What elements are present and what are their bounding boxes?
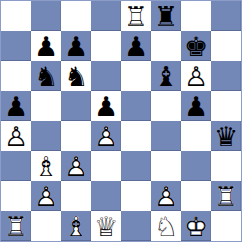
square-b2[interactable]: ♟♙ [31, 181, 61, 211]
black-knight[interactable]: ♞ [61, 61, 91, 91]
square-a7[interactable] [1, 31, 31, 61]
white-queen[interactable]: ♛♕ [91, 211, 121, 241]
white-rook[interactable]: ♜♖ [1, 211, 31, 241]
square-g8[interactable] [181, 1, 211, 31]
square-c3[interactable]: ♟♙ [61, 151, 91, 181]
square-a1[interactable]: ♜♖ [1, 211, 31, 241]
white-pawn[interactable]: ♟♙ [151, 181, 181, 211]
white-bishop[interactable]: ♝♗ [61, 211, 91, 241]
piece-outline: ♗ [31, 151, 61, 181]
square-a2[interactable] [1, 181, 31, 211]
square-c6[interactable]: ♞ [61, 61, 91, 91]
piece-outline: ♙ [91, 121, 121, 151]
square-h5[interactable] [211, 91, 241, 121]
square-c7[interactable]: ♟ [61, 31, 91, 61]
white-bishop[interactable]: ♝♗ [31, 151, 61, 181]
black-knight[interactable]: ♞ [31, 61, 61, 91]
square-f3[interactable] [151, 151, 181, 181]
square-d5[interactable]: ♟ [91, 91, 121, 121]
piece-outline: ♙ [181, 61, 211, 91]
square-g5[interactable]: ♟ [181, 91, 211, 121]
piece-outline: ♖ [211, 181, 241, 211]
piece-outline: ♖ [121, 1, 151, 31]
square-e3[interactable] [121, 151, 151, 181]
square-f4[interactable] [151, 121, 181, 151]
piece-outline: ♔ [181, 211, 211, 241]
square-b4[interactable] [31, 121, 61, 151]
black-pawn[interactable]: ♟ [121, 31, 151, 61]
square-d8[interactable] [91, 1, 121, 31]
white-rook[interactable]: ♜♖ [211, 181, 241, 211]
chess-board: ♜♖♜♟♟♟♚♞♞♝♟♙♟♟♟♟♙♟♙♛♝♗♟♙♟♙♟♙♜♖♜♖♝♗♛♕♞♘♚♔ [0, 0, 242, 242]
square-f1[interactable]: ♞♘ [151, 211, 181, 241]
square-h3[interactable] [211, 151, 241, 181]
chess-board-container: ♜♖♜♟♟♟♚♞♞♝♟♙♟♟♟♟♙♟♙♛♝♗♟♙♟♙♟♙♜♖♜♖♝♗♛♕♞♘♚♔ [0, 0, 242, 242]
square-b3[interactable]: ♝♗ [31, 151, 61, 181]
square-b6[interactable]: ♞ [31, 61, 61, 91]
square-b1[interactable] [31, 211, 61, 241]
white-pawn[interactable]: ♟♙ [1, 121, 31, 151]
square-a3[interactable] [1, 151, 31, 181]
square-c8[interactable] [61, 1, 91, 31]
square-d1[interactable]: ♛♕ [91, 211, 121, 241]
square-g7[interactable]: ♚ [181, 31, 211, 61]
white-rook[interactable]: ♜♖ [121, 1, 151, 31]
square-e1[interactable] [121, 211, 151, 241]
piece-outline: ♗ [61, 211, 91, 241]
black-king[interactable]: ♚ [181, 31, 211, 61]
black-pawn[interactable]: ♟ [31, 31, 61, 61]
piece-outline: ♙ [151, 181, 181, 211]
piece-outline: ♙ [31, 181, 61, 211]
white-pawn[interactable]: ♟♙ [181, 61, 211, 91]
square-e8[interactable]: ♜♖ [121, 1, 151, 31]
square-d6[interactable] [91, 61, 121, 91]
square-f2[interactable]: ♟♙ [151, 181, 181, 211]
square-h7[interactable] [211, 31, 241, 61]
piece-outline: ♘ [151, 211, 181, 241]
square-g1[interactable]: ♚♔ [181, 211, 211, 241]
square-f6[interactable]: ♝ [151, 61, 181, 91]
square-b8[interactable] [31, 1, 61, 31]
square-a4[interactable]: ♟♙ [1, 121, 31, 151]
square-b5[interactable] [31, 91, 61, 121]
square-a6[interactable] [1, 61, 31, 91]
white-pawn[interactable]: ♟♙ [31, 181, 61, 211]
square-e5[interactable] [121, 91, 151, 121]
square-h8[interactable] [211, 1, 241, 31]
square-e2[interactable] [121, 181, 151, 211]
square-h4[interactable]: ♛ [211, 121, 241, 151]
black-bishop[interactable]: ♝ [151, 61, 181, 91]
square-a5[interactable]: ♟ [1, 91, 31, 121]
black-pawn[interactable]: ♟ [61, 31, 91, 61]
square-b7[interactable]: ♟ [31, 31, 61, 61]
square-g3[interactable] [181, 151, 211, 181]
square-e4[interactable] [121, 121, 151, 151]
square-f5[interactable] [151, 91, 181, 121]
white-pawn[interactable]: ♟♙ [61, 151, 91, 181]
square-c2[interactable] [61, 181, 91, 211]
black-pawn[interactable]: ♟ [91, 91, 121, 121]
square-d4[interactable]: ♟♙ [91, 121, 121, 151]
black-pawn[interactable]: ♟ [1, 91, 31, 121]
square-g2[interactable] [181, 181, 211, 211]
square-h6[interactable] [211, 61, 241, 91]
piece-outline: ♕ [91, 211, 121, 241]
square-h1[interactable] [211, 211, 241, 241]
black-queen[interactable]: ♛ [211, 121, 241, 151]
white-king[interactable]: ♚♔ [181, 211, 211, 241]
piece-outline: ♖ [1, 211, 31, 241]
square-e6[interactable] [121, 61, 151, 91]
square-e7[interactable]: ♟ [121, 31, 151, 61]
white-knight[interactable]: ♞♘ [151, 211, 181, 241]
piece-outline: ♙ [61, 151, 91, 181]
square-h2[interactable]: ♜♖ [211, 181, 241, 211]
square-f8[interactable]: ♜ [151, 1, 181, 31]
square-c5[interactable] [61, 91, 91, 121]
black-rook[interactable]: ♜ [151, 1, 181, 31]
square-f7[interactable] [151, 31, 181, 61]
square-d7[interactable] [91, 31, 121, 61]
square-d3[interactable] [91, 151, 121, 181]
square-a8[interactable] [1, 1, 31, 31]
piece-outline: ♙ [1, 121, 31, 151]
square-g6[interactable]: ♟♙ [181, 61, 211, 91]
square-g4[interactable] [181, 121, 211, 151]
black-pawn[interactable]: ♟ [181, 91, 211, 121]
square-c4[interactable] [61, 121, 91, 151]
white-pawn[interactable]: ♟♙ [91, 121, 121, 151]
square-d2[interactable] [91, 181, 121, 211]
square-c1[interactable]: ♝♗ [61, 211, 91, 241]
